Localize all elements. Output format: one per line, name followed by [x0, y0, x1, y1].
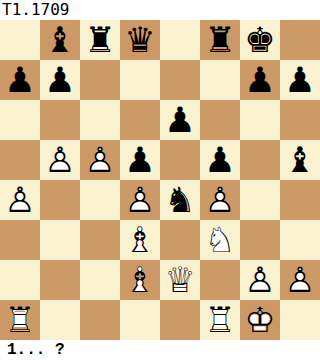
white-bishop[interactable]: ♝♗: [120, 260, 160, 300]
square-f3[interactable]: ♞♘: [200, 220, 240, 260]
white-queen[interactable]: ♛♕: [160, 260, 200, 300]
square-a8[interactable]: [0, 20, 40, 60]
chess-board: ♝♜♛♜♚♟♟♟♟♟♟♙♟♙♟♟♝♟♙♟♙♞♟♙♝♗♞♘♝♗♛♕♟♙♟♙♜♖♜♖…: [0, 20, 320, 340]
white-rook[interactable]: ♜♖: [0, 300, 40, 340]
square-b3[interactable]: [40, 220, 80, 260]
piece-outline: ♖: [200, 300, 240, 340]
square-b8[interactable]: ♝: [40, 20, 80, 60]
white-king[interactable]: ♚♔: [240, 300, 280, 340]
square-d2[interactable]: ♝♗: [120, 260, 160, 300]
square-e8[interactable]: [160, 20, 200, 60]
black-bishop[interactable]: ♝: [280, 140, 320, 180]
square-e2[interactable]: ♛♕: [160, 260, 200, 300]
square-h5[interactable]: ♝: [280, 140, 320, 180]
black-pawn[interactable]: ♟: [120, 140, 160, 180]
piece-outline: ♙: [0, 180, 40, 220]
square-d7[interactable]: [120, 60, 160, 100]
square-e6[interactable]: ♟: [160, 100, 200, 140]
square-d1[interactable]: [120, 300, 160, 340]
square-c7[interactable]: [80, 60, 120, 100]
square-e3[interactable]: [160, 220, 200, 260]
piece-outline: ♕: [160, 260, 200, 300]
square-f1[interactable]: ♜♖: [200, 300, 240, 340]
black-queen[interactable]: ♛: [120, 20, 160, 60]
square-a3[interactable]: [0, 220, 40, 260]
black-rook[interactable]: ♜: [80, 20, 120, 60]
square-g1[interactable]: ♚♔: [240, 300, 280, 340]
puzzle-title: T1.1709: [0, 0, 320, 20]
square-h3[interactable]: [280, 220, 320, 260]
white-knight[interactable]: ♞♘: [200, 220, 240, 260]
square-e7[interactable]: [160, 60, 200, 100]
square-g8[interactable]: ♚: [240, 20, 280, 60]
square-a7[interactable]: ♟: [0, 60, 40, 100]
white-pawn[interactable]: ♟♙: [0, 180, 40, 220]
piece-outline: ♖: [0, 300, 40, 340]
white-bishop[interactable]: ♝♗: [120, 220, 160, 260]
square-b1[interactable]: [40, 300, 80, 340]
square-h6[interactable]: [280, 100, 320, 140]
square-b4[interactable]: [40, 180, 80, 220]
piece-glyph: ♝: [280, 140, 320, 180]
black-pawn[interactable]: ♟: [0, 60, 40, 100]
square-c4[interactable]: [80, 180, 120, 220]
piece-glyph: ♜: [80, 20, 120, 60]
square-d3[interactable]: ♝♗: [120, 220, 160, 260]
piece-outline: ♘: [200, 220, 240, 260]
white-rook[interactable]: ♜♖: [200, 300, 240, 340]
square-g7[interactable]: ♟: [240, 60, 280, 100]
square-c1[interactable]: [80, 300, 120, 340]
square-b6[interactable]: [40, 100, 80, 140]
black-king[interactable]: ♚: [240, 20, 280, 60]
piece-glyph: ♟: [280, 60, 320, 100]
white-pawn[interactable]: ♟♙: [40, 140, 80, 180]
square-h8[interactable]: [280, 20, 320, 60]
white-pawn[interactable]: ♟♙: [280, 260, 320, 300]
black-pawn[interactable]: ♟: [160, 100, 200, 140]
square-b7[interactable]: ♟: [40, 60, 80, 100]
square-a4[interactable]: ♟♙: [0, 180, 40, 220]
piece-glyph: ♟: [0, 60, 40, 100]
piece-glyph: ♜: [200, 20, 240, 60]
square-b5[interactable]: ♟♙: [40, 140, 80, 180]
square-f5[interactable]: ♟: [200, 140, 240, 180]
white-pawn[interactable]: ♟♙: [80, 140, 120, 180]
piece-glyph: ♟: [120, 140, 160, 180]
piece-outline: ♗: [120, 260, 160, 300]
piece-glyph: ♟: [200, 140, 240, 180]
piece-outline: ♙: [200, 180, 240, 220]
square-f6[interactable]: [200, 100, 240, 140]
square-g5[interactable]: [240, 140, 280, 180]
square-f7[interactable]: [200, 60, 240, 100]
piece-glyph: ♝: [40, 20, 80, 60]
piece-outline: ♔: [240, 300, 280, 340]
square-c3[interactable]: [80, 220, 120, 260]
black-knight[interactable]: ♞: [160, 180, 200, 220]
piece-outline: ♗: [120, 220, 160, 260]
square-e4[interactable]: ♞: [160, 180, 200, 220]
piece-outline: ♙: [80, 140, 120, 180]
square-c5[interactable]: ♟♙: [80, 140, 120, 180]
square-a5[interactable]: [0, 140, 40, 180]
square-c6[interactable]: [80, 100, 120, 140]
piece-glyph: ♟: [160, 100, 200, 140]
square-g2[interactable]: ♟♙: [240, 260, 280, 300]
square-f8[interactable]: ♜: [200, 20, 240, 60]
black-rook[interactable]: ♜: [200, 20, 240, 60]
piece-glyph: ♟: [240, 60, 280, 100]
piece-glyph: ♟: [40, 60, 80, 100]
white-pawn[interactable]: ♟♙: [240, 260, 280, 300]
square-d8[interactable]: ♛: [120, 20, 160, 60]
square-c8[interactable]: ♜: [80, 20, 120, 60]
piece-outline: ♙: [40, 140, 80, 180]
black-pawn[interactable]: ♟: [280, 60, 320, 100]
square-e1[interactable]: [160, 300, 200, 340]
square-a2[interactable]: [0, 260, 40, 300]
square-d5[interactable]: ♟: [120, 140, 160, 180]
piece-glyph: ♞: [160, 180, 200, 220]
square-e5[interactable]: [160, 140, 200, 180]
square-g3[interactable]: [240, 220, 280, 260]
square-h7[interactable]: ♟: [280, 60, 320, 100]
piece-glyph: ♚: [240, 20, 280, 60]
black-pawn[interactable]: ♟: [200, 140, 240, 180]
square-g4[interactable]: [240, 180, 280, 220]
square-h1[interactable]: [280, 300, 320, 340]
square-c2[interactable]: [80, 260, 120, 300]
square-h2[interactable]: ♟♙: [280, 260, 320, 300]
piece-outline: ♙: [240, 260, 280, 300]
piece-outline: ♙: [120, 180, 160, 220]
black-pawn[interactable]: ♟: [240, 60, 280, 100]
black-bishop[interactable]: ♝: [40, 20, 80, 60]
square-g6[interactable]: [240, 100, 280, 140]
piece-glyph: ♛: [120, 20, 160, 60]
square-h4[interactable]: [280, 180, 320, 220]
square-a6[interactable]: [0, 100, 40, 140]
square-b2[interactable]: [40, 260, 80, 300]
square-d6[interactable]: [120, 100, 160, 140]
black-pawn[interactable]: ♟: [40, 60, 80, 100]
piece-outline: ♙: [280, 260, 320, 300]
white-pawn[interactable]: ♟♙: [200, 180, 240, 220]
square-d4[interactable]: ♟♙: [120, 180, 160, 220]
move-prompt: 1... ?: [0, 340, 320, 360]
square-f4[interactable]: ♟♙: [200, 180, 240, 220]
square-a1[interactable]: ♜♖: [0, 300, 40, 340]
white-pawn[interactable]: ♟♙: [120, 180, 160, 220]
square-f2[interactable]: [200, 260, 240, 300]
